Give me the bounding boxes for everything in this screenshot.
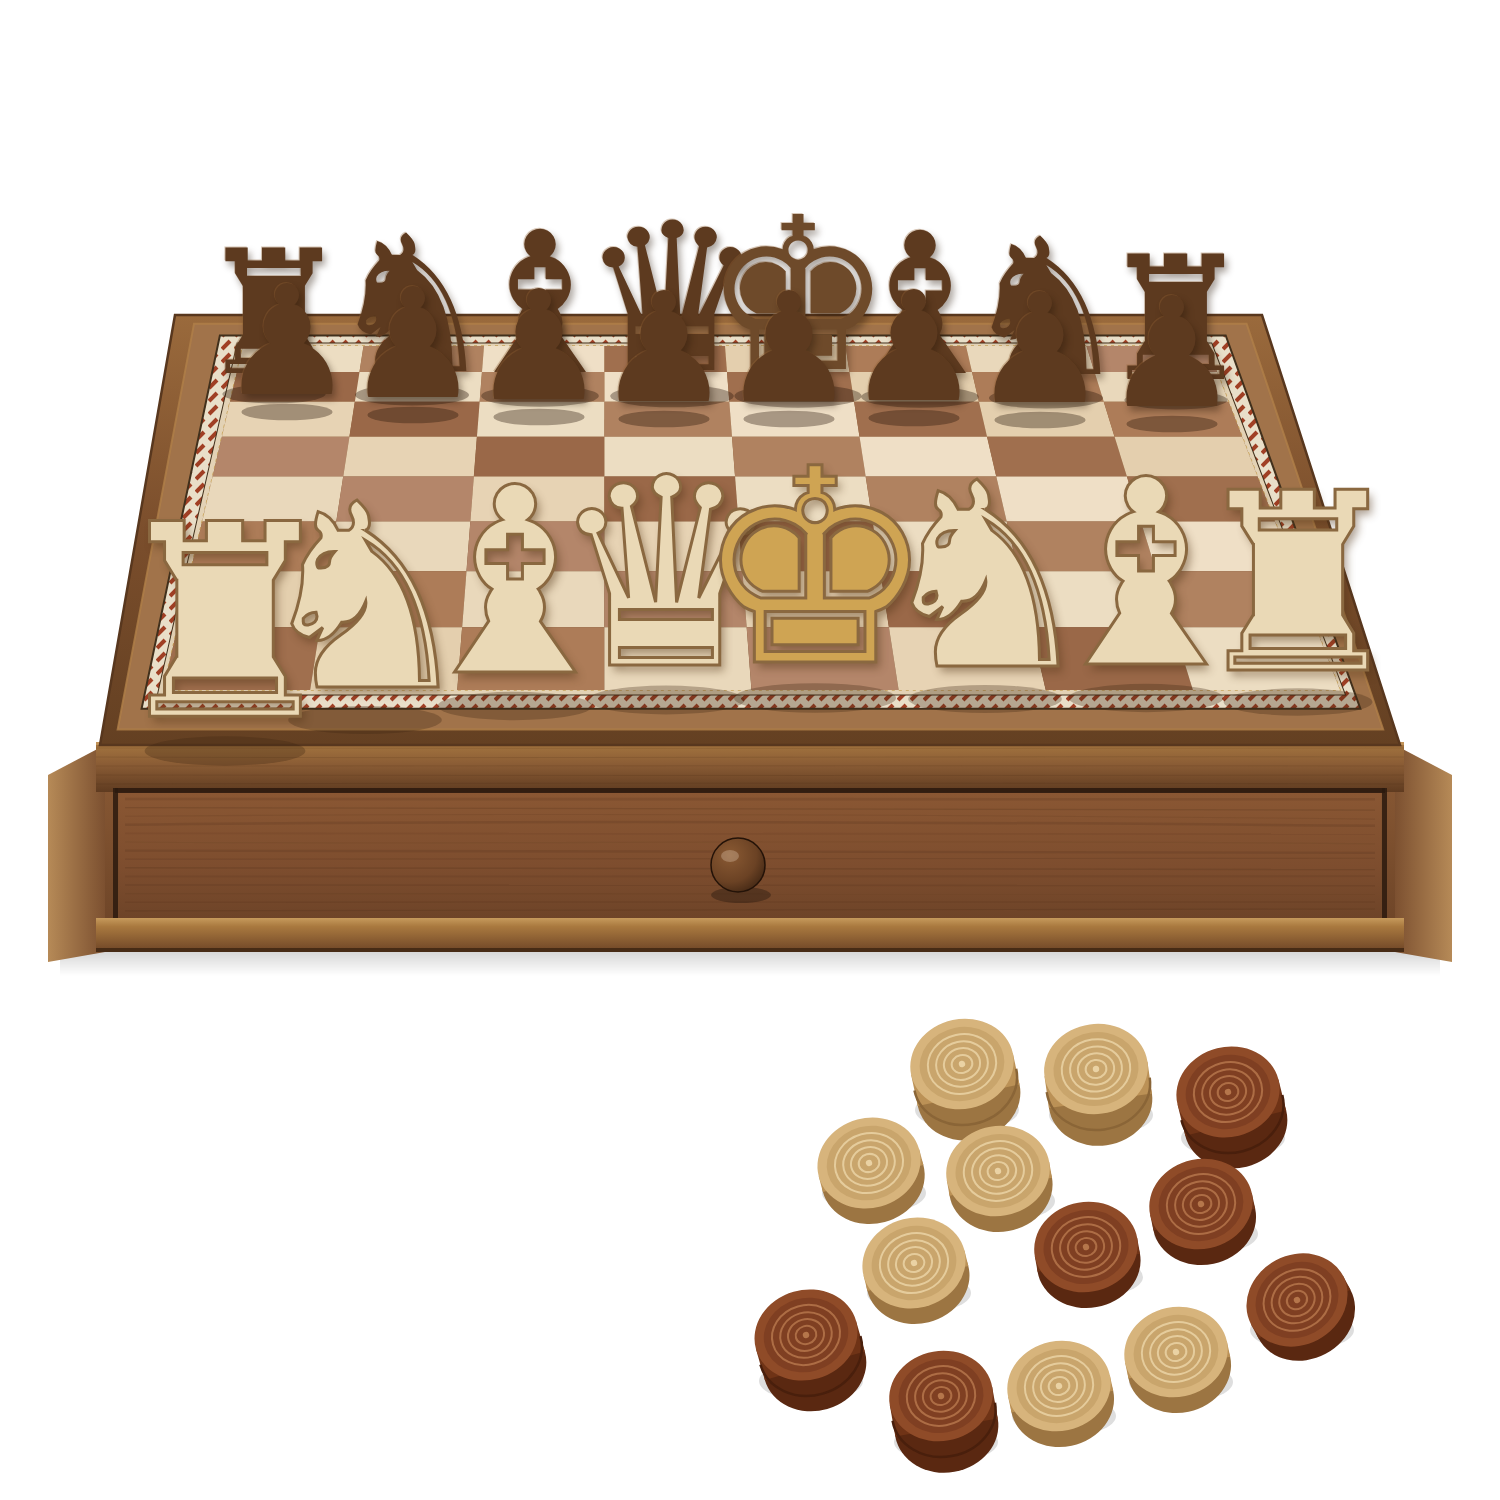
square-h5[interactable] bbox=[1115, 437, 1258, 477]
checker-dark-3[interactable] bbox=[1167, 1036, 1297, 1180]
checker-dark-6[interactable] bbox=[1141, 1149, 1265, 1274]
square-c3[interactable] bbox=[466, 521, 604, 571]
square-c2[interactable] bbox=[462, 571, 604, 627]
square-d5[interactable] bbox=[604, 437, 735, 477]
square-b1[interactable] bbox=[310, 627, 462, 690]
square-c8[interactable] bbox=[482, 346, 605, 372]
drawer-right-gap bbox=[1382, 788, 1387, 928]
drawer-top-gap bbox=[115, 788, 1385, 793]
square-d2[interactable] bbox=[604, 571, 746, 627]
square-a1[interactable] bbox=[163, 627, 320, 690]
square-a5[interactable] bbox=[213, 437, 350, 477]
square-f8[interactable] bbox=[846, 346, 973, 372]
square-g8[interactable] bbox=[966, 346, 1095, 372]
square-e3[interactable] bbox=[739, 521, 881, 571]
square-e8[interactable] bbox=[725, 346, 850, 372]
square-a8[interactable] bbox=[237, 346, 364, 372]
checker-light-11[interactable] bbox=[1116, 1297, 1240, 1422]
square-d8[interactable] bbox=[604, 346, 727, 372]
square-a4[interactable] bbox=[202, 477, 343, 522]
square-h4[interactable] bbox=[1127, 477, 1275, 522]
box-drop-shadow bbox=[60, 950, 1440, 976]
square-h1[interactable] bbox=[1173, 627, 1340, 690]
square-c4[interactable] bbox=[470, 477, 604, 522]
drawer-left-gap bbox=[113, 788, 118, 928]
square-a2[interactable] bbox=[178, 571, 329, 627]
square-d3[interactable] bbox=[604, 521, 742, 571]
square-b8[interactable] bbox=[359, 346, 484, 372]
square-g4[interactable] bbox=[996, 477, 1140, 522]
checker-light-7[interactable] bbox=[853, 1207, 980, 1335]
checker-dark-12[interactable] bbox=[882, 1343, 1006, 1481]
checker-light-4[interactable] bbox=[807, 1106, 935, 1235]
square-f5[interactable] bbox=[860, 437, 997, 477]
square-h2[interactable] bbox=[1156, 571, 1316, 627]
square-d4[interactable] bbox=[604, 477, 738, 522]
product-photo-canvas: ♜♞♝♛♚♝♞♜♟♟♟♟♟♟♟♟♜♞♝♛♚♞♝♜ bbox=[0, 0, 1500, 1500]
drawer-knob[interactable] bbox=[711, 838, 765, 892]
square-e4[interactable] bbox=[735, 477, 873, 522]
checker-dark-9[interactable] bbox=[1230, 1236, 1372, 1378]
square-h8[interactable] bbox=[1087, 346, 1218, 372]
square-f1[interactable] bbox=[889, 627, 1046, 690]
square-b3[interactable] bbox=[329, 521, 471, 571]
square-e5[interactable] bbox=[732, 437, 866, 477]
square-a3[interactable] bbox=[191, 521, 337, 571]
checker-light-2[interactable] bbox=[1038, 1017, 1158, 1152]
checker-dark-10[interactable] bbox=[744, 1277, 878, 1423]
square-f3[interactable] bbox=[873, 521, 1019, 571]
square-f2[interactable] bbox=[880, 571, 1031, 627]
square-g2[interactable] bbox=[1018, 571, 1173, 627]
square-e2[interactable] bbox=[742, 571, 889, 627]
chess-chest-box bbox=[48, 742, 1452, 962]
square-g3[interactable] bbox=[1007, 521, 1156, 571]
square-g5[interactable] bbox=[987, 437, 1127, 477]
square-h3[interactable] bbox=[1141, 521, 1294, 571]
square-c1[interactable] bbox=[457, 627, 604, 690]
square-f4[interactable] bbox=[866, 477, 1007, 522]
square-b5[interactable] bbox=[343, 437, 477, 477]
checker-light-13[interactable] bbox=[999, 1331, 1123, 1456]
board-scene bbox=[0, 0, 1500, 1500]
box-base-moulding bbox=[96, 918, 1404, 952]
square-c5[interactable] bbox=[474, 437, 605, 477]
square-b2[interactable] bbox=[320, 571, 467, 627]
checkers-pieces bbox=[744, 1009, 1372, 1481]
square-e1[interactable] bbox=[747, 627, 899, 690]
square-d1[interactable] bbox=[604, 627, 751, 690]
square-g1[interactable] bbox=[1031, 627, 1193, 690]
square-b4[interactable] bbox=[336, 477, 474, 522]
chess-board-top bbox=[100, 315, 1400, 745]
